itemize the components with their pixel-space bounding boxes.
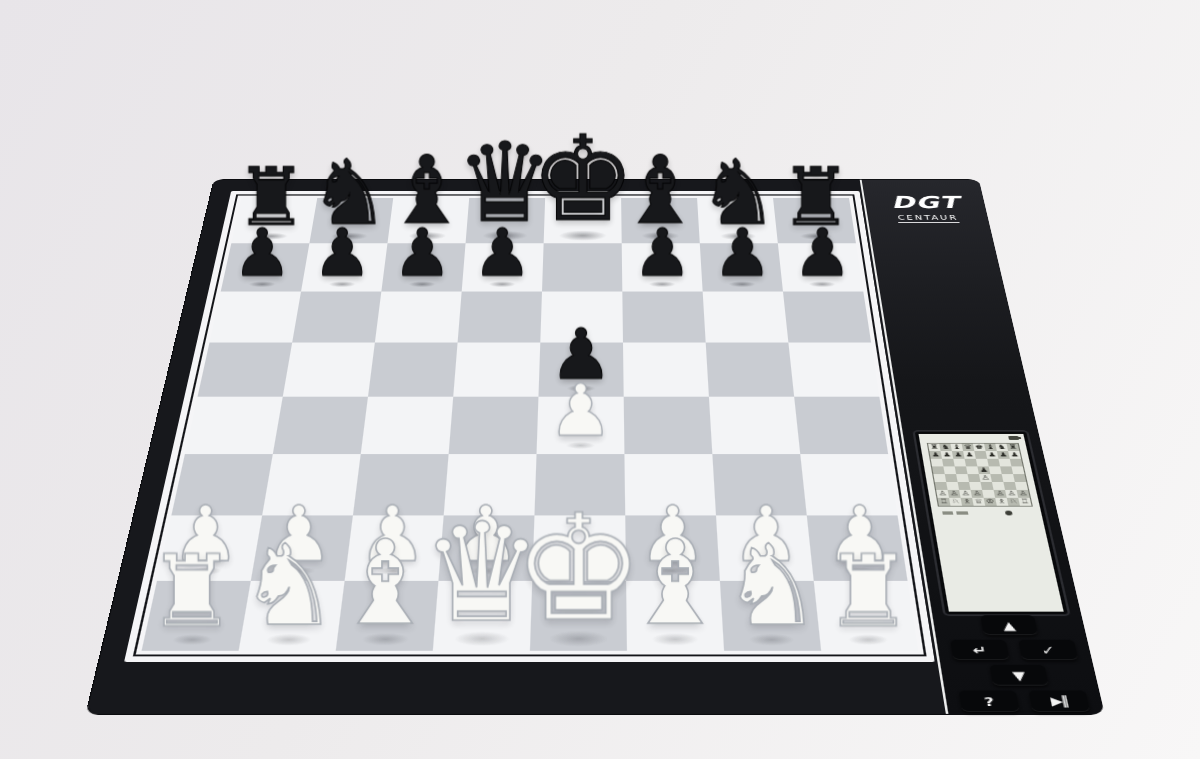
lcd-cell: [931, 458, 944, 466]
lcd-cell: ♟: [986, 451, 999, 459]
lcd-cell: ♟: [952, 451, 965, 459]
lcd-cell: [966, 466, 979, 474]
square-a6: [209, 291, 301, 342]
lcd-cell: [943, 466, 956, 474]
lcd-cell: [989, 466, 1002, 474]
square-e7: [542, 243, 622, 291]
lcd-cell: [990, 474, 1003, 482]
square-e8: [544, 197, 622, 243]
square-f8: [621, 197, 700, 243]
lcd-cell: ♚: [973, 443, 986, 451]
lcd-cell: [1011, 466, 1024, 474]
lcd-cell: [1000, 466, 1013, 474]
centaur-logo-text: CENTAUR: [897, 214, 959, 223]
lcd-cell: ♝: [950, 443, 963, 451]
scene: ♜♞♝♛♚♝♞♜♟♟♟♟♟♟♟♟♟♟♟♟♟♟♟♟♜♞♝♛♚♝♞♜ DGT CEN…: [0, 0, 1200, 759]
lcd-cell: [982, 489, 995, 497]
lcd-cell: [932, 466, 945, 474]
lcd-cell: ♜: [1006, 443, 1019, 451]
lcd-cell: [956, 474, 969, 482]
square-a5: [198, 342, 293, 396]
lcd-cell: ♙: [1005, 489, 1018, 497]
square-b5: [283, 342, 375, 396]
square-d7: [462, 243, 544, 291]
lcd-cell: [946, 481, 959, 489]
lcd-cell: [953, 458, 966, 466]
lcd-cell: [955, 466, 968, 474]
square-f6: [622, 291, 705, 342]
lcd-cell: ♕: [972, 497, 985, 505]
lcd-cell: ♜: [928, 443, 941, 451]
lcd-cell: [998, 458, 1011, 466]
square-g8: [697, 197, 778, 243]
square-c8: [387, 197, 469, 243]
square-h6: [783, 291, 871, 342]
square-a7: [221, 243, 310, 291]
square-b6: [292, 291, 381, 342]
back-button[interactable]: ↵: [950, 639, 1010, 659]
lcd-cell: [1010, 458, 1023, 466]
lcd-cell: [965, 458, 978, 466]
square-g5: [706, 342, 794, 396]
lcd-cell: [987, 458, 1000, 466]
lcd-cell: ♞: [939, 443, 952, 451]
lcd-cell: ♗: [995, 497, 1008, 505]
down-button[interactable]: ▼: [989, 664, 1049, 685]
lcd-cell: ♞: [995, 443, 1008, 451]
square-g7: [700, 243, 783, 291]
piece-white-rook-h1: ♜: [769, 542, 967, 641]
lcd-cell: ♛: [962, 443, 975, 451]
piece-white-pawn-e4: ♟: [491, 374, 671, 446]
lcd-cell: [933, 474, 946, 482]
lcd-cell: ♙: [994, 489, 1007, 497]
lcd-cell: ♝: [984, 443, 997, 451]
lcd-cell: [969, 481, 982, 489]
help-button[interactable]: ?: [959, 690, 1020, 711]
lcd-cell: ♟: [977, 466, 990, 474]
dgt-centaur-board: ♜♞♝♛♚♝♞♜♟♟♟♟♟♟♟♟♟♟♟♟♟♟♟♟♜♞♝♛♚♝♞♜ DGT CEN…: [87, 179, 1103, 713]
square-d8: [466, 197, 546, 243]
lcd-cell: ♙: [1017, 489, 1030, 497]
square-h8: [773, 197, 856, 243]
lcd-cell: [976, 458, 989, 466]
lcd-cell: [958, 481, 971, 489]
lcd-cell: [935, 481, 948, 489]
lcd-cell: ♙: [959, 489, 972, 497]
square-h7: [778, 243, 863, 291]
play-pause-icon: ▶‖: [1049, 694, 1069, 708]
lcd-cell: ♟: [1008, 451, 1021, 459]
square-c7: [381, 243, 465, 291]
lcd-cell: ♖: [1018, 497, 1031, 505]
brand-logo: DGT CENTAUR: [864, 194, 989, 223]
confirm-button[interactable]: ✓: [1018, 639, 1078, 659]
lcd-cell: [942, 458, 955, 466]
lcd-cell: ♘: [1007, 497, 1020, 505]
battery-icon: [1008, 436, 1019, 440]
play-pause-button[interactable]: ▶‖: [1028, 690, 1090, 711]
square-d6: [458, 291, 542, 342]
lcd-cell: [968, 474, 981, 482]
square-e6: [540, 291, 623, 342]
lcd-cell: ♟: [997, 451, 1010, 459]
square-h5: [788, 342, 879, 396]
square-b8: [309, 197, 393, 243]
lcd-cell: ♙: [979, 474, 992, 482]
lcd-cell: ♟: [963, 451, 976, 459]
square-g6: [703, 291, 789, 342]
square-a8: [231, 197, 317, 243]
photo-backdrop: ♜♞♝♛♚♝♞♜♟♟♟♟♟♟♟♟♟♟♟♟♟♟♟♟♜♞♝♛♚♝♞♜ DGT CEN…: [0, 0, 1200, 759]
lcd-cell: ♔: [984, 497, 997, 505]
lcd-cell: ♗: [961, 497, 974, 505]
lcd-cell: ♟: [929, 451, 942, 459]
lcd-cell: ♙: [971, 489, 984, 497]
up-button[interactable]: ▲: [980, 615, 1038, 635]
square-f7: [622, 243, 703, 291]
lcd-cell: [974, 451, 987, 459]
lcd-cell: [980, 481, 993, 489]
square-c6: [375, 291, 462, 342]
lcd-cell: [1013, 474, 1026, 482]
dgt-logo-text: DGT: [864, 194, 986, 211]
lcd-cell: [1015, 481, 1028, 489]
lcd-cell: [945, 474, 958, 482]
square-b7: [301, 243, 387, 291]
lcd-cell: [1003, 481, 1016, 489]
lcd-cell: [992, 481, 1005, 489]
lcd-cell: [1002, 474, 1015, 482]
square-c5: [368, 342, 458, 396]
lcd-cell: ♟: [941, 451, 954, 459]
